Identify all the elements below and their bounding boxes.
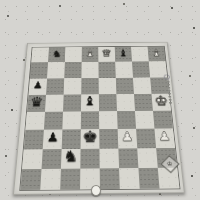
square-b4[interactable] <box>44 112 63 130</box>
square-f4[interactable] <box>117 111 136 129</box>
square-b2[interactable] <box>42 149 62 169</box>
square-f2[interactable] <box>118 148 138 168</box>
brand-ring-mark <box>164 75 171 80</box>
square-a6[interactable]: ♟ <box>28 78 47 95</box>
white-king: ♚ <box>154 94 169 107</box>
square-d7[interactable] <box>81 62 98 78</box>
square-g8[interactable] <box>131 47 149 62</box>
square-f5[interactable] <box>116 94 135 111</box>
square-a4[interactable] <box>25 112 45 130</box>
chess-board: ♞♝♛♝♝♟♛♝♚♟♚♟♟♞ ♔ <box>13 42 185 195</box>
chess-grid: ♞♝♛♝♝♟♛♝♚♟♚♟♟♞ <box>19 46 180 191</box>
black-bishop: ♝ <box>84 95 97 107</box>
square-e8[interactable]: ♛ <box>98 47 115 62</box>
crown-logo-icon: ♔ <box>167 161 174 167</box>
square-g2[interactable] <box>137 148 158 168</box>
square-g6[interactable] <box>133 77 152 94</box>
square-e4[interactable] <box>99 111 118 129</box>
square-c5[interactable] <box>63 94 81 111</box>
square-d6[interactable] <box>81 78 99 95</box>
square-g4[interactable] <box>135 111 154 129</box>
square-h3[interactable]: ♟ <box>154 129 174 148</box>
square-c1[interactable] <box>60 168 80 189</box>
square-c7[interactable] <box>64 62 81 78</box>
photo-scene: ♞♝♛♝♝♟♛♝♚♟♚♟♟♞ ♔ <box>0 0 200 200</box>
black-king: ♚ <box>82 129 98 145</box>
square-b7[interactable] <box>47 62 65 78</box>
black-pawn: ♟ <box>46 131 59 144</box>
off-board-captured-pawn[interactable] <box>91 185 101 196</box>
square-g5[interactable] <box>134 94 153 111</box>
square-b1[interactable] <box>40 169 61 190</box>
square-e3[interactable] <box>99 129 118 148</box>
square-e6[interactable] <box>99 78 117 95</box>
square-e7[interactable] <box>98 62 115 78</box>
square-e1[interactable] <box>100 168 120 189</box>
square-c2[interactable]: ♞ <box>61 148 81 168</box>
white-bishop: ♝ <box>85 49 95 58</box>
square-c3[interactable] <box>62 129 81 148</box>
square-f8[interactable]: ♝ <box>115 47 132 62</box>
square-d3[interactable]: ♚ <box>81 129 100 148</box>
square-f7[interactable] <box>115 62 133 78</box>
black-knight: ♞ <box>52 49 62 58</box>
square-d5[interactable]: ♝ <box>81 94 99 111</box>
square-c8[interactable] <box>65 47 82 62</box>
square-e2[interactable] <box>99 148 119 168</box>
square-a3[interactable] <box>24 130 44 149</box>
square-a7[interactable] <box>30 62 48 78</box>
white-bishop: ♝ <box>151 48 162 57</box>
square-d4[interactable] <box>81 111 99 129</box>
square-a2[interactable] <box>22 149 43 169</box>
white-queen: ♛ <box>101 48 112 58</box>
square-a8[interactable] <box>31 47 49 62</box>
square-a5[interactable]: ♛ <box>27 95 46 112</box>
board-perspective-wrap: ♞♝♛♝♝♟♛♝♚♟♚♟♟♞ ♔ <box>13 42 185 195</box>
square-d8[interactable]: ♝ <box>82 47 99 62</box>
square-c4[interactable] <box>62 111 81 129</box>
white-pawn: ♟ <box>158 130 171 142</box>
black-bishop: ♝ <box>118 49 128 58</box>
square-g3[interactable] <box>136 129 156 148</box>
square-b8[interactable]: ♞ <box>48 47 65 62</box>
square-f1[interactable] <box>119 168 140 189</box>
square-f6[interactable] <box>116 77 134 94</box>
square-g7[interactable] <box>132 62 150 78</box>
square-a1[interactable] <box>20 169 41 190</box>
square-c6[interactable] <box>64 78 82 95</box>
black-pawn: ♟ <box>33 81 43 90</box>
square-b6[interactable] <box>46 78 64 95</box>
black-queen: ♛ <box>30 95 44 108</box>
white-pawn: ♟ <box>121 131 134 144</box>
square-h4[interactable] <box>153 111 173 129</box>
square-g1[interactable] <box>138 168 159 189</box>
black-knight: ♞ <box>63 149 79 165</box>
square-d2[interactable] <box>80 148 99 168</box>
square-b3[interactable]: ♟ <box>43 130 63 149</box>
square-f3[interactable]: ♟ <box>118 129 138 148</box>
square-b5[interactable] <box>45 94 64 111</box>
square-e5[interactable] <box>99 94 117 111</box>
square-h8[interactable]: ♝ <box>147 46 165 61</box>
